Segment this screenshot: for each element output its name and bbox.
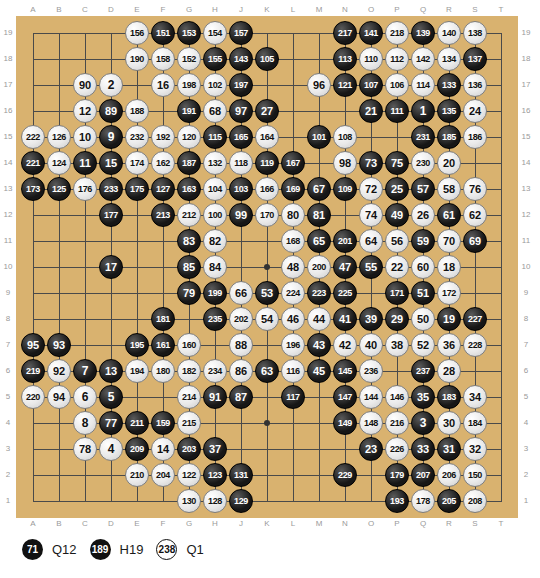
row-label: 13: [518, 176, 534, 202]
stone-S19: 138: [463, 21, 487, 45]
move-number: 199: [208, 288, 222, 298]
stone-K8: 54: [255, 307, 279, 331]
column-label: T: [488, 4, 514, 16]
stone-M8: 44: [307, 307, 331, 331]
column-label: T: [488, 518, 514, 530]
column-label: G: [176, 518, 202, 530]
stone-F4: 159: [151, 411, 175, 435]
move-number: 95: [27, 339, 39, 351]
column-label: N: [332, 4, 358, 16]
stone-D10: 17: [99, 255, 123, 279]
stone-P16: 111: [385, 99, 409, 123]
move-number: 194: [130, 366, 144, 376]
stone-S15: 186: [463, 125, 487, 149]
column-label: C: [72, 518, 98, 530]
row-label: 15: [0, 124, 16, 150]
row-label: 4: [0, 410, 16, 436]
move-number: 99: [235, 209, 247, 221]
move-number: 104: [208, 184, 222, 194]
stone-N8: 41: [333, 307, 357, 331]
move-number: 222: [26, 132, 40, 142]
star-point: [264, 420, 270, 426]
move-number: 90: [79, 79, 91, 91]
move-number: 122: [182, 470, 196, 480]
move-number: 228: [468, 340, 482, 350]
move-number: 124: [52, 158, 66, 168]
row-label: 5: [0, 384, 16, 410]
stone-H15: 115: [203, 125, 227, 149]
stone-Q10: 60: [411, 255, 435, 279]
stone-E16: 188: [125, 99, 149, 123]
move-number: 2: [108, 78, 115, 92]
stone-N15: 108: [333, 125, 357, 149]
move-number: 76: [469, 183, 481, 195]
stone-O4: 148: [359, 411, 383, 435]
stone-L7: 196: [281, 333, 305, 357]
stone-S7: 228: [463, 333, 487, 357]
stone-S1: 208: [463, 489, 487, 513]
stone-E3: 209: [125, 437, 149, 461]
stone-C14: 11: [73, 151, 97, 175]
stone-O17: 107: [359, 73, 383, 97]
stone-A5: 220: [21, 385, 45, 409]
stone-L13: 169: [281, 177, 305, 201]
move-number: 126: [52, 132, 66, 142]
stone-B7: 93: [47, 333, 71, 357]
move-number: 79: [183, 287, 195, 299]
move-number: 233: [104, 184, 118, 194]
column-label: J: [228, 4, 254, 16]
stone-H12: 100: [203, 203, 227, 227]
stone-H2: 123: [203, 463, 227, 487]
stone-P13: 25: [385, 177, 409, 201]
column-label: E: [124, 518, 150, 530]
move-number: 215: [182, 418, 196, 428]
stone-B14: 124: [47, 151, 71, 175]
move-number: 93: [53, 339, 65, 351]
move-number: 75: [391, 157, 403, 169]
stone-Q4: 3: [411, 411, 435, 435]
stone-O8: 39: [359, 307, 383, 331]
move-number: 114: [416, 80, 429, 90]
stone-P17: 106: [385, 73, 409, 97]
move-number: 45: [313, 365, 325, 377]
column-label: R: [436, 4, 462, 16]
stone-S8: 227: [463, 307, 487, 331]
move-number: 221: [26, 158, 40, 168]
move-number: 142: [416, 54, 430, 64]
stone-P2: 179: [385, 463, 409, 487]
move-number: 92: [53, 365, 65, 377]
stone-G7: 160: [177, 333, 201, 357]
column-label: B: [46, 4, 72, 16]
stone-R11: 70: [437, 229, 461, 253]
move-number: 140: [442, 28, 456, 38]
stone-E13: 175: [125, 177, 149, 201]
stone-H13: 104: [203, 177, 227, 201]
row-label: 13: [0, 176, 16, 202]
move-number: 103: [234, 184, 248, 194]
move-number: 50: [417, 313, 429, 325]
stone-M11: 65: [307, 229, 331, 253]
stone-E4: 211: [125, 411, 149, 435]
stone-J2: 131: [229, 463, 253, 487]
move-number: 51: [417, 287, 429, 299]
move-number: 102: [208, 80, 222, 90]
stone-F12: 213: [151, 203, 175, 227]
row-label: 10: [0, 254, 16, 280]
stone-O14: 73: [359, 151, 383, 175]
move-number: 96: [313, 79, 325, 91]
stone-F2: 204: [151, 463, 175, 487]
row-label: 9: [518, 280, 534, 306]
stone-M7: 43: [307, 333, 331, 357]
stone-R1: 205: [437, 489, 461, 513]
move-number: 77: [105, 417, 117, 429]
move-number: 236: [364, 366, 378, 376]
stone-N19: 217: [333, 21, 357, 45]
move-number: 207: [416, 470, 430, 480]
move-number: 81: [313, 209, 325, 221]
stone-H10: 84: [203, 255, 227, 279]
stone-K18: 105: [255, 47, 279, 71]
column-label: C: [72, 4, 98, 16]
move-number: 94: [53, 391, 65, 403]
stone-H14: 132: [203, 151, 227, 175]
stone-Q12: 26: [411, 203, 435, 227]
stone-F15: 192: [151, 125, 175, 149]
stone-A7: 95: [21, 333, 45, 357]
stone-S5: 34: [463, 385, 487, 409]
stone-B5: 94: [47, 385, 71, 409]
stone-G9: 79: [177, 281, 201, 305]
stone-J1: 129: [229, 489, 253, 513]
move-number: 156: [130, 28, 144, 38]
stone-H11: 82: [203, 229, 227, 253]
row-label: 16: [0, 98, 16, 124]
move-number: 32: [469, 443, 481, 455]
move-number: 200: [312, 262, 326, 272]
stone-R2: 206: [437, 463, 461, 487]
stone-Q1: 178: [411, 489, 435, 513]
move-number: 152: [182, 54, 196, 64]
caption-point-label: Q1: [186, 542, 203, 557]
move-number: 196: [286, 340, 300, 350]
row-label: 12: [0, 202, 16, 228]
column-label: A: [20, 4, 46, 16]
move-number: 29: [391, 313, 403, 325]
stone-B6: 92: [47, 359, 71, 383]
move-number: 27: [261, 105, 273, 117]
move-number: 183: [442, 392, 456, 402]
move-number: 20: [443, 157, 455, 169]
move-number: 230: [416, 158, 430, 168]
stone-G3: 203: [177, 437, 201, 461]
column-label: L: [280, 4, 306, 16]
stone-H17: 102: [203, 73, 227, 97]
move-number: 108: [338, 132, 352, 142]
stone-D6: 13: [99, 359, 123, 383]
move-number: 37: [209, 443, 221, 455]
stone-R19: 140: [437, 21, 461, 45]
move-number: 154: [208, 28, 222, 38]
move-number: 66: [235, 287, 247, 299]
stone-J6: 86: [229, 359, 253, 383]
row-label: 6: [0, 358, 16, 384]
row-label: 17: [518, 72, 534, 98]
row-label: 8: [518, 306, 534, 332]
move-number: 181: [156, 314, 170, 324]
move-number: 6: [82, 390, 89, 404]
move-number: 149: [338, 418, 352, 428]
move-number: 218: [390, 28, 404, 38]
stone-J9: 66: [229, 281, 253, 305]
move-number: 210: [130, 470, 144, 480]
move-number: 55: [365, 261, 377, 273]
stone-G19: 153: [177, 21, 201, 45]
play-area: 1561511531541572171412181391401381901581…: [20, 20, 514, 514]
move-number: 235: [208, 314, 222, 324]
stone-F6: 180: [151, 359, 175, 383]
stone-O13: 72: [359, 177, 383, 201]
move-number: 84: [209, 261, 221, 273]
stone-L12: 80: [281, 203, 305, 227]
stone-B13: 125: [47, 177, 71, 201]
stone-S13: 76: [463, 177, 487, 201]
move-number: 120: [182, 132, 196, 142]
stone-S3: 32: [463, 437, 487, 461]
move-number: 53: [261, 287, 273, 299]
move-number: 38: [391, 339, 403, 351]
stone-R12: 61: [437, 203, 461, 227]
move-number: 208: [468, 496, 482, 506]
stone-M9: 223: [307, 281, 331, 305]
move-number: 141: [364, 28, 378, 38]
move-number: 176: [78, 184, 92, 194]
move-number: 42: [339, 339, 351, 351]
move-number: 147: [338, 392, 352, 402]
stone-F8: 181: [151, 307, 175, 331]
stone-G16: 191: [177, 99, 201, 123]
move-number: 128: [208, 496, 222, 506]
move-number: 68: [209, 105, 221, 117]
move-number: 49: [391, 209, 403, 221]
move-number: 107: [364, 80, 378, 90]
stone-N11: 201: [333, 229, 357, 253]
move-number: 129: [234, 496, 248, 506]
move-number: 174: [130, 158, 144, 168]
stone-C5: 6: [73, 385, 97, 409]
column-label: R: [436, 518, 462, 530]
move-number: 4: [108, 442, 115, 456]
move-number: 175: [130, 184, 144, 194]
move-number: 13: [105, 365, 117, 377]
move-number: 60: [417, 261, 429, 273]
move-number: 8: [82, 416, 89, 430]
move-number: 203: [182, 444, 196, 454]
column-label: S: [462, 518, 488, 530]
row-label: 2: [518, 462, 534, 488]
stone-P12: 49: [385, 203, 409, 227]
move-number: 115: [208, 132, 221, 142]
stone-N7: 42: [333, 333, 357, 357]
column-label: D: [98, 4, 124, 16]
stone-P10: 22: [385, 255, 409, 279]
stone-A14: 221: [21, 151, 45, 175]
move-number: 186: [468, 132, 482, 142]
stone-G5: 214: [177, 385, 201, 409]
move-number: 33: [417, 443, 429, 455]
move-number: 202: [234, 314, 248, 324]
stone-K12: 170: [255, 203, 279, 227]
stone-P7: 38: [385, 333, 409, 357]
stone-N6: 145: [333, 359, 357, 383]
column-label: D: [98, 518, 124, 530]
move-number: 163: [182, 184, 196, 194]
move-number: 72: [365, 183, 377, 195]
stone-N18: 113: [333, 47, 357, 71]
move-number: 237: [416, 366, 430, 376]
stone-R8: 19: [437, 307, 461, 331]
column-label: K: [254, 518, 280, 530]
move-number: 224: [286, 288, 300, 298]
stone-R16: 135: [437, 99, 461, 123]
stone-E6: 194: [125, 359, 149, 383]
row-label: 5: [518, 384, 534, 410]
star-point: [264, 264, 270, 270]
move-number: 48: [287, 261, 299, 273]
move-number: 30: [443, 417, 455, 429]
stone-D5: 5: [99, 385, 123, 409]
row-label: 15: [518, 124, 534, 150]
go-board: 1561511531541572171412181391401381901581…: [16, 16, 518, 518]
column-label: L: [280, 518, 306, 530]
row-label: 4: [518, 410, 534, 436]
stone-G15: 120: [177, 125, 201, 149]
move-number: 36: [443, 339, 455, 351]
stone-S2: 150: [463, 463, 487, 487]
stone-M6: 45: [307, 359, 331, 383]
stone-S12: 62: [463, 203, 487, 227]
column-label: B: [46, 518, 72, 530]
column-label: J: [228, 518, 254, 530]
move-number: 121: [338, 80, 352, 90]
row-label: 16: [518, 98, 534, 124]
move-number: 157: [234, 28, 248, 38]
stone-G6: 182: [177, 359, 201, 383]
stone-L11: 168: [281, 229, 305, 253]
stone-C6: 7: [73, 359, 97, 383]
move-number: 118: [234, 158, 247, 168]
move-number: 187: [182, 158, 196, 168]
stone-Q16: 1: [411, 99, 435, 123]
stone-O3: 23: [359, 437, 383, 461]
stone-R7: 36: [437, 333, 461, 357]
stone-N5: 147: [333, 385, 357, 409]
move-number: 137: [468, 54, 482, 64]
stone-H19: 154: [203, 21, 227, 45]
stone-O11: 64: [359, 229, 383, 253]
stone-P19: 218: [385, 21, 409, 45]
move-number: 231: [416, 132, 430, 142]
caption-point-label: H19: [120, 542, 144, 557]
stone-P1: 193: [385, 489, 409, 513]
stone-R3: 31: [437, 437, 461, 461]
column-label: Q: [410, 518, 436, 530]
column-label: P: [384, 518, 410, 530]
move-number: 69: [469, 235, 481, 247]
row-label: 18: [518, 46, 534, 72]
stone-D17: 2: [99, 73, 123, 97]
move-number: 52: [417, 339, 429, 351]
stone-Q19: 139: [411, 21, 435, 45]
move-number: 146: [390, 392, 404, 402]
move-number: 23: [365, 443, 377, 455]
stone-Q11: 59: [411, 229, 435, 253]
move-number: 192: [156, 132, 170, 142]
move-number: 131: [234, 470, 248, 480]
stone-G17: 198: [177, 73, 201, 97]
stone-Q2: 207: [411, 463, 435, 487]
move-number: 205: [442, 496, 456, 506]
stone-K14: 119: [255, 151, 279, 175]
stone-H3: 37: [203, 437, 227, 461]
move-number: 12: [79, 105, 91, 117]
stone-F14: 162: [151, 151, 175, 175]
stone-F3: 14: [151, 437, 175, 461]
stone-C15: 10: [73, 125, 97, 149]
stone-N2: 229: [333, 463, 357, 487]
move-number: 209: [130, 444, 144, 454]
stone-R13: 58: [437, 177, 461, 201]
stone-O6: 236: [359, 359, 383, 383]
stone-R10: 18: [437, 255, 461, 279]
row-label: 10: [518, 254, 534, 280]
stone-P18: 112: [385, 47, 409, 71]
move-number: 67: [313, 183, 325, 195]
stone-J5: 87: [229, 385, 253, 409]
stone-O12: 74: [359, 203, 383, 227]
move-number: 70: [443, 235, 455, 247]
row-label: 12: [518, 202, 534, 228]
stone-Q17: 114: [411, 73, 435, 97]
column-label: F: [150, 518, 176, 530]
move-number: 134: [442, 54, 456, 64]
move-number: 195: [130, 340, 144, 350]
stone-G13: 163: [177, 177, 201, 201]
move-number: 83: [183, 235, 195, 247]
stone-Q9: 51: [411, 281, 435, 305]
stone-O18: 110: [359, 47, 383, 71]
move-number: 98: [339, 157, 351, 169]
stone-D16: 89: [99, 99, 123, 123]
move-number: 35: [417, 391, 429, 403]
stone-N10: 47: [333, 255, 357, 279]
stone-H9: 199: [203, 281, 227, 305]
move-number: 151: [156, 28, 170, 38]
stone-A6: 219: [21, 359, 45, 383]
move-number: 172: [442, 288, 456, 298]
move-number: 113: [338, 54, 351, 64]
row-label: 1: [0, 488, 16, 514]
move-number: 17: [105, 261, 117, 273]
move-number: 143: [234, 54, 248, 64]
move-number: 213: [156, 210, 170, 220]
move-number: 223: [312, 288, 326, 298]
move-number: 64: [365, 235, 377, 247]
stone-L10: 48: [281, 255, 305, 279]
stone-E19: 156: [125, 21, 149, 45]
